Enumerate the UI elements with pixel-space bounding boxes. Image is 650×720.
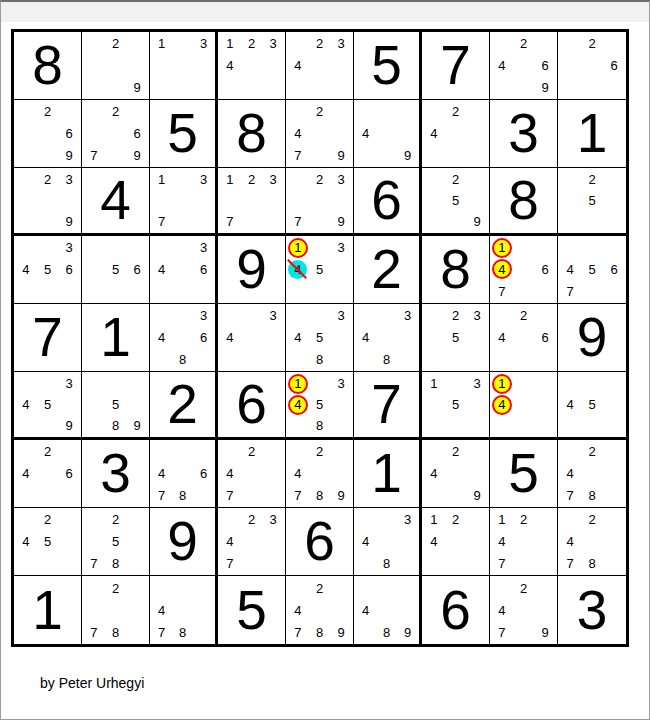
empty-candidate-slot — [126, 33, 148, 55]
cell-r5c6[interactable]: 348 — [354, 304, 422, 372]
candidate-5[interactable]: 5 — [37, 394, 59, 415]
cell-r3c6[interactable]: 6 — [354, 168, 422, 236]
cell-r9c1[interactable]: 1 — [14, 576, 82, 644]
cell-r9c8[interactable]: 2479 — [490, 576, 558, 644]
candidate-2[interactable]: 2 — [445, 101, 467, 123]
candidate-2[interactable]: 2 — [309, 101, 331, 123]
candidate-4[interactable]: 4 — [287, 123, 309, 145]
candidate-3[interactable]: 3 — [330, 237, 352, 259]
cell-r2c8[interactable]: 3 — [490, 100, 558, 168]
candidate-2[interactable]: 2 — [241, 509, 263, 531]
candidate-4[interactable]: 4 — [491, 599, 513, 621]
cell-r2c9[interactable]: 1 — [558, 100, 626, 168]
candidate-3[interactable]: 3 — [262, 169, 284, 190]
cell-r6c4[interactable]: 6 — [218, 372, 286, 440]
empty-candidate-slot — [603, 33, 625, 55]
candidate-2[interactable]: 2 — [37, 101, 59, 123]
cell-r3c7[interactable]: 259 — [422, 168, 490, 236]
cell-r3c3[interactable]: 137 — [150, 168, 218, 236]
candidate-8[interactable]: 8 — [172, 348, 193, 370]
candidate-9[interactable]: 9 — [58, 144, 80, 166]
candidate-5[interactable]: 5 — [37, 259, 59, 281]
candidate-3[interactable]: 3 — [262, 509, 284, 531]
candidate-5[interactable]: 5 — [445, 190, 467, 211]
candidate-8[interactable]: 8 — [309, 621, 331, 643]
candidate-9[interactable]: 9 — [330, 484, 352, 506]
candidate-grid: 478 — [150, 576, 215, 644]
cell-r3c2[interactable]: 4 — [82, 168, 150, 236]
candidate-2[interactable]: 2 — [309, 33, 331, 55]
candidate-9[interactable]: 9 — [397, 144, 418, 166]
cell-r5c3[interactable]: 3468 — [150, 304, 218, 372]
candidate-5[interactable]: 5 — [445, 327, 467, 349]
candidate-4-highlighted[interactable]: 4 — [492, 259, 512, 279]
cell-r9c3[interactable]: 478 — [150, 576, 218, 644]
solved-digit: 2 — [167, 377, 198, 432]
cell-r3c9[interactable]: 25 — [558, 168, 626, 236]
candidate-3[interactable]: 3 — [330, 373, 352, 394]
candidate-3[interactable]: 3 — [466, 373, 488, 394]
candidate-6[interactable]: 6 — [58, 259, 80, 281]
candidate-4[interactable]: 4 — [287, 327, 309, 349]
empty-candidate-slot — [37, 211, 59, 232]
cell-r1c3[interactable]: 13 — [150, 32, 218, 100]
candidate-4[interactable]: 4 — [219, 463, 241, 485]
candidate-2[interactable]: 2 — [581, 33, 603, 55]
empty-candidate-slot — [287, 101, 309, 123]
candidate-9[interactable]: 9 — [534, 621, 556, 643]
candidate-7[interactable]: 7 — [219, 211, 241, 232]
candidate-7[interactable]: 7 — [559, 280, 581, 302]
candidate-3[interactable]: 3 — [262, 305, 284, 327]
empty-candidate-slot — [83, 415, 105, 436]
cell-r7c1[interactable]: 246 — [14, 440, 82, 508]
candidate-8[interactable]: 8 — [376, 348, 397, 370]
empty-candidate-slot — [355, 552, 376, 574]
cell-r9c2[interactable]: 278 — [82, 576, 150, 644]
cell-r8c8[interactable]: 1247 — [490, 508, 558, 576]
cell-r4c3[interactable]: 346 — [150, 236, 218, 304]
candidate-3[interactable]: 3 — [58, 169, 80, 190]
candidate-6[interactable]: 6 — [126, 259, 148, 281]
cell-r5c7[interactable]: 235 — [422, 304, 490, 372]
candidate-9[interactable]: 9 — [466, 484, 488, 506]
cell-r6c8[interactable]: 14 — [490, 372, 558, 440]
candidate-4[interactable]: 4 — [219, 327, 241, 349]
empty-candidate-slot — [83, 373, 105, 394]
candidate-9[interactable]: 9 — [126, 76, 148, 98]
empty-candidate-slot — [309, 123, 331, 145]
candidate-4[interactable]: 4 — [15, 463, 37, 485]
candidate-4[interactable]: 4 — [287, 599, 309, 621]
candidate-5[interactable]: 5 — [581, 259, 603, 281]
empty-candidate-slot — [466, 394, 488, 415]
candidate-4-eliminated[interactable]: 4 — [288, 260, 307, 279]
cell-r4c1[interactable]: 3456 — [14, 236, 82, 304]
candidate-2[interactable]: 2 — [309, 169, 331, 190]
candidate-4[interactable]: 4 — [219, 531, 241, 553]
candidate-7[interactable]: 7 — [219, 552, 241, 574]
empty-candidate-slot — [603, 552, 625, 574]
candidate-3[interactable]: 3 — [330, 33, 352, 55]
candidate-9[interactable]: 9 — [330, 621, 352, 643]
empty-candidate-slot — [241, 531, 263, 553]
candidate-9[interactable]: 9 — [534, 76, 556, 98]
empty-candidate-slot — [309, 599, 331, 621]
cell-r2c7[interactable]: 24 — [422, 100, 490, 168]
candidate-3[interactable]: 3 — [193, 237, 214, 259]
cell-r3c1[interactable]: 239 — [14, 168, 82, 236]
candidate-5[interactable]: 5 — [37, 531, 59, 553]
cell-r2c2[interactable]: 2679 — [82, 100, 150, 168]
candidate-7[interactable]: 7 — [287, 484, 309, 506]
candidate-2[interactable]: 2 — [105, 101, 127, 123]
candidate-7[interactable]: 7 — [287, 621, 309, 643]
empty-candidate-slot — [581, 55, 603, 77]
empty-candidate-slot — [126, 621, 148, 643]
candidate-7[interactable]: 7 — [491, 552, 513, 574]
cell-r1c4[interactable]: 1234 — [218, 32, 286, 100]
solved-digit: 3 — [508, 106, 539, 161]
cell-r8c2[interactable]: 2578 — [82, 508, 150, 576]
cell-r9c7[interactable]: 6 — [422, 576, 490, 644]
cell-r7c7[interactable]: 249 — [422, 440, 490, 508]
candidate-6[interactable]: 6 — [193, 463, 214, 485]
candidate-8[interactable]: 8 — [581, 484, 603, 506]
candidate-2[interactable]: 2 — [581, 169, 603, 190]
candidate-9[interactable]: 9 — [466, 211, 488, 232]
cell-r9c9[interactable]: 3 — [558, 576, 626, 644]
candidate-5[interactable]: 5 — [581, 190, 603, 211]
candidate-2[interactable]: 2 — [105, 33, 127, 55]
candidate-2[interactable]: 2 — [105, 509, 127, 531]
cell-r1c2[interactable]: 29 — [82, 32, 150, 100]
candidate-1[interactable]: 1 — [423, 509, 445, 531]
candidate-9[interactable]: 9 — [58, 211, 80, 232]
candidate-3[interactable]: 3 — [397, 509, 418, 531]
candidate-6[interactable]: 6 — [603, 259, 625, 281]
candidate-8[interactable]: 8 — [376, 552, 397, 574]
cell-r9c4[interactable]: 5 — [218, 576, 286, 644]
cell-r7c8[interactable]: 5 — [490, 440, 558, 508]
candidate-6[interactable]: 6 — [58, 463, 80, 485]
candidate-2[interactable]: 2 — [37, 441, 59, 463]
candidate-8[interactable]: 8 — [581, 552, 603, 574]
cell-r3c8[interactable]: 8 — [490, 168, 558, 236]
cell-r4c6[interactable]: 2 — [354, 236, 422, 304]
empty-candidate-slot — [397, 101, 418, 123]
candidate-5[interactable]: 5 — [105, 394, 127, 415]
empty-candidate-slot — [15, 441, 37, 463]
candidate-2[interactable]: 2 — [445, 509, 467, 531]
candidate-grid: 56 — [82, 236, 149, 303]
cell-r3c4[interactable]: 1237 — [218, 168, 286, 236]
candidate-2[interactable]: 2 — [37, 169, 59, 190]
candidate-3[interactable]: 3 — [193, 33, 214, 55]
cell-r8c4[interactable]: 2347 — [218, 508, 286, 576]
cell-r5c8[interactable]: 246 — [490, 304, 558, 372]
candidate-4-highlighted[interactable]: 4 — [492, 395, 512, 415]
cell-r6c2[interactable]: 589 — [82, 372, 150, 440]
cell-r3c5[interactable]: 2379 — [286, 168, 354, 236]
candidate-6[interactable]: 6 — [534, 327, 556, 349]
empty-candidate-slot — [513, 237, 535, 259]
candidate-4[interactable]: 4 — [287, 55, 309, 77]
candidate-6[interactable]: 6 — [58, 123, 80, 145]
cell-r8c7[interactable]: 124 — [422, 508, 490, 576]
cell-r8c6[interactable]: 348 — [354, 508, 422, 576]
candidate-1-highlighted[interactable]: 1 — [288, 238, 308, 258]
candidate-2[interactable]: 2 — [309, 441, 331, 463]
candidate-8[interactable]: 8 — [105, 415, 127, 436]
candidate-6[interactable]: 6 — [193, 327, 214, 349]
cell-r4c9[interactable]: 4567 — [558, 236, 626, 304]
cell-r7c6[interactable]: 1 — [354, 440, 422, 508]
cell-r4c4[interactable]: 9 — [218, 236, 286, 304]
cell-r7c4[interactable]: 247 — [218, 440, 286, 508]
candidate-4[interactable]: 4 — [355, 531, 376, 553]
candidate-4[interactable]: 4 — [491, 55, 513, 77]
candidate-4[interactable]: 4 — [15, 259, 37, 281]
cell-r2c1[interactable]: 269 — [14, 100, 82, 168]
candidate-6[interactable]: 6 — [193, 259, 214, 281]
candidate-7[interactable]: 7 — [219, 484, 241, 506]
candidate-5[interactable]: 5 — [309, 327, 331, 349]
candidate-5[interactable]: 5 — [581, 394, 603, 415]
candidate-3[interactable]: 3 — [262, 33, 284, 55]
empty-candidate-slot — [534, 394, 556, 415]
candidate-2[interactable]: 2 — [445, 305, 467, 327]
empty-candidate-slot — [581, 373, 603, 394]
candidate-4[interactable]: 4 — [355, 599, 376, 621]
candidate-4[interactable]: 4 — [151, 327, 172, 349]
empty-candidate-slot — [445, 123, 467, 145]
candidate-5[interactable]: 5 — [309, 259, 331, 281]
candidate-4-highlighted[interactable]: 4 — [288, 395, 308, 415]
cell-r1c7[interactable]: 7 — [422, 32, 490, 100]
candidate-1[interactable]: 1 — [219, 33, 241, 55]
cell-r7c5[interactable]: 24789 — [286, 440, 354, 508]
candidate-4[interactable]: 4 — [423, 531, 445, 553]
candidate-4[interactable]: 4 — [287, 463, 309, 485]
empty-candidate-slot — [581, 463, 603, 485]
candidate-3[interactable]: 3 — [193, 305, 214, 327]
candidate-1-highlighted[interactable]: 1 — [492, 374, 512, 394]
cell-r8c3[interactable]: 9 — [150, 508, 218, 576]
solved-digit: 4 — [100, 173, 131, 228]
empty-candidate-slot — [603, 531, 625, 553]
cell-r5c2[interactable]: 1 — [82, 304, 150, 372]
candidate-5[interactable]: 5 — [445, 394, 467, 415]
candidate-8[interactable]: 8 — [105, 621, 127, 643]
cell-r4c5[interactable]: 1345 — [286, 236, 354, 304]
cell-r7c3[interactable]: 4678 — [150, 440, 218, 508]
candidate-6[interactable]: 6 — [534, 259, 556, 281]
cell-r5c5[interactable]: 3458 — [286, 304, 354, 372]
cell-r4c8[interactable]: 1467 — [490, 236, 558, 304]
candidate-7[interactable]: 7 — [491, 280, 513, 302]
cell-r1c8[interactable]: 2469 — [490, 32, 558, 100]
cell-r6c7[interactable]: 135 — [422, 372, 490, 440]
empty-candidate-slot — [603, 76, 625, 98]
candidate-4[interactable]: 4 — [423, 463, 445, 485]
candidate-9[interactable]: 9 — [330, 211, 352, 232]
candidate-4[interactable]: 4 — [559, 531, 581, 553]
candidate-9[interactable]: 9 — [330, 144, 352, 166]
candidate-grid: 489 — [354, 576, 419, 644]
empty-candidate-slot — [559, 237, 581, 259]
empty-candidate-slot — [172, 76, 193, 98]
candidate-1-highlighted[interactable]: 1 — [492, 238, 512, 258]
empty-candidate-slot — [330, 101, 352, 123]
empty-candidate-slot — [513, 552, 535, 574]
cell-r1c6[interactable]: 5 — [354, 32, 422, 100]
candidate-3[interactable]: 3 — [58, 237, 80, 259]
candidate-2[interactable]: 2 — [105, 577, 127, 599]
candidate-1[interactable]: 1 — [491, 509, 513, 531]
candidate-6[interactable]: 6 — [126, 123, 148, 145]
candidate-4[interactable]: 4 — [491, 531, 513, 553]
candidate-3[interactable]: 3 — [466, 305, 488, 327]
candidate-1[interactable]: 1 — [151, 33, 172, 55]
cell-r9c5[interactable]: 24789 — [286, 576, 354, 644]
cell-r8c1[interactable]: 245 — [14, 508, 82, 576]
candidate-3[interactable]: 3 — [58, 373, 80, 394]
candidate-7[interactable]: 7 — [83, 621, 105, 643]
cell-r7c9[interactable]: 2478 — [558, 440, 626, 508]
candidate-9[interactable]: 9 — [126, 415, 148, 436]
cell-r4c2[interactable]: 56 — [82, 236, 150, 304]
cell-r1c1[interactable]: 8 — [14, 32, 82, 100]
candidate-7[interactable]: 7 — [83, 144, 105, 166]
candidate-9[interactable]: 9 — [397, 621, 418, 643]
candidate-7[interactable]: 7 — [559, 552, 581, 574]
candidate-9[interactable]: 9 — [126, 144, 148, 166]
candidate-7[interactable]: 7 — [151, 484, 172, 506]
candidate-6[interactable]: 6 — [603, 55, 625, 77]
candidate-3[interactable]: 3 — [330, 169, 352, 190]
empty-candidate-slot — [58, 190, 80, 211]
candidate-4[interactable]: 4 — [355, 327, 376, 349]
candidate-5[interactable]: 5 — [105, 531, 127, 553]
cell-r6c6[interactable]: 7 — [354, 372, 422, 440]
cell-r2c4[interactable]: 8 — [218, 100, 286, 168]
solved-digit: 9 — [167, 514, 198, 569]
candidate-5[interactable]: 5 — [309, 394, 331, 415]
candidate-2[interactable]: 2 — [513, 509, 535, 531]
cell-r6c1[interactable]: 3459 — [14, 372, 82, 440]
candidate-7[interactable]: 7 — [559, 484, 581, 506]
candidate-2[interactable]: 2 — [513, 305, 535, 327]
cell-r2c6[interactable]: 49 — [354, 100, 422, 168]
candidate-2[interactable]: 2 — [445, 441, 467, 463]
empty-candidate-slot — [151, 237, 172, 259]
candidate-8[interactable]: 8 — [172, 484, 193, 506]
candidate-2[interactable]: 2 — [309, 577, 331, 599]
cell-r4c7[interactable]: 8 — [422, 236, 490, 304]
candidate-7[interactable]: 7 — [491, 621, 513, 643]
cell-r5c4[interactable]: 34 — [218, 304, 286, 372]
candidate-8[interactable]: 8 — [309, 415, 331, 436]
candidate-4[interactable]: 4 — [219, 55, 241, 77]
candidate-2[interactable]: 2 — [513, 33, 535, 55]
candidate-4[interactable]: 4 — [491, 327, 513, 349]
empty-candidate-slot — [37, 415, 59, 436]
cell-r6c3[interactable]: 2 — [150, 372, 218, 440]
candidate-9[interactable]: 9 — [58, 415, 80, 436]
candidate-2[interactable]: 2 — [241, 441, 263, 463]
candidate-2[interactable]: 2 — [581, 441, 603, 463]
candidate-1[interactable]: 1 — [151, 169, 172, 190]
cell-r5c9[interactable]: 9 — [558, 304, 626, 372]
candidate-4[interactable]: 4 — [423, 123, 445, 145]
candidate-4[interactable]: 4 — [559, 394, 581, 415]
candidate-3[interactable]: 3 — [397, 305, 418, 327]
cell-r8c9[interactable]: 2478 — [558, 508, 626, 576]
cell-r2c5[interactable]: 2479 — [286, 100, 354, 168]
empty-candidate-slot — [37, 144, 59, 166]
cell-r1c5[interactable]: 234 — [286, 32, 354, 100]
candidate-7[interactable]: 7 — [287, 211, 309, 232]
candidate-7[interactable]: 7 — [287, 144, 309, 166]
empty-candidate-slot — [330, 463, 352, 485]
candidate-8[interactable]: 8 — [376, 621, 397, 643]
candidate-4[interactable]: 4 — [559, 463, 581, 485]
candidate-4[interactable]: 4 — [355, 123, 376, 145]
cell-r6c5[interactable]: 13458 — [286, 372, 354, 440]
candidate-2[interactable]: 2 — [445, 169, 467, 190]
cell-r7c2[interactable]: 3 — [82, 440, 150, 508]
candidate-4[interactable]: 4 — [151, 463, 172, 485]
candidate-8[interactable]: 8 — [309, 484, 331, 506]
candidate-7[interactable]: 7 — [151, 211, 172, 232]
candidate-4[interactable]: 4 — [15, 394, 37, 415]
candidate-8[interactable]: 8 — [105, 552, 127, 574]
candidate-5[interactable]: 5 — [105, 259, 127, 281]
candidate-3[interactable]: 3 — [330, 305, 352, 327]
candidate-8[interactable]: 8 — [309, 348, 331, 370]
candidate-6[interactable]: 6 — [534, 55, 556, 77]
candidate-1[interactable]: 1 — [423, 373, 445, 394]
candidate-2[interactable]: 2 — [241, 33, 263, 55]
candidate-4[interactable]: 4 — [151, 599, 172, 621]
candidate-2[interactable]: 2 — [37, 509, 59, 531]
cell-r2c3[interactable]: 5 — [150, 100, 218, 168]
candidate-1[interactable]: 1 — [219, 169, 241, 190]
candidate-4[interactable]: 4 — [151, 259, 172, 281]
candidate-7[interactable]: 7 — [151, 621, 172, 643]
cell-r9c6[interactable]: 489 — [354, 576, 422, 644]
candidate-8[interactable]: 8 — [172, 621, 193, 643]
candidate-7[interactable]: 7 — [83, 552, 105, 574]
empty-candidate-slot — [355, 101, 376, 123]
solved-digit: 8 — [236, 106, 267, 161]
candidate-4[interactable]: 4 — [15, 531, 37, 553]
candidate-3[interactable]: 3 — [193, 169, 214, 190]
candidate-2[interactable]: 2 — [513, 577, 535, 599]
cell-r6c9[interactable]: 45 — [558, 372, 626, 440]
cell-r8c5[interactable]: 6 — [286, 508, 354, 576]
candidate-1-highlighted[interactable]: 1 — [288, 374, 308, 394]
candidate-4[interactable]: 4 — [559, 259, 581, 281]
cell-r1c9[interactable]: 26 — [558, 32, 626, 100]
empty-candidate-slot — [603, 373, 625, 394]
empty-candidate-slot — [126, 55, 148, 77]
candidate-grid: 2479 — [490, 576, 557, 644]
cell-r5c1[interactable]: 7 — [14, 304, 82, 372]
candidate-2[interactable]: 2 — [581, 509, 603, 531]
candidate-2[interactable]: 2 — [241, 169, 263, 190]
